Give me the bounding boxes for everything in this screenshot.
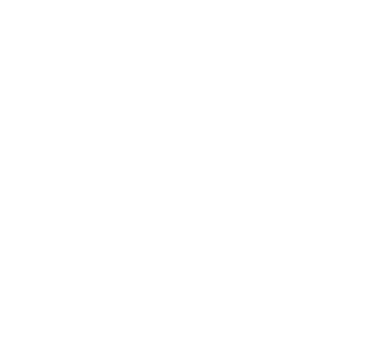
scanned-chess-diagram [0, 0, 378, 347]
chess-board [0, 0, 378, 347]
